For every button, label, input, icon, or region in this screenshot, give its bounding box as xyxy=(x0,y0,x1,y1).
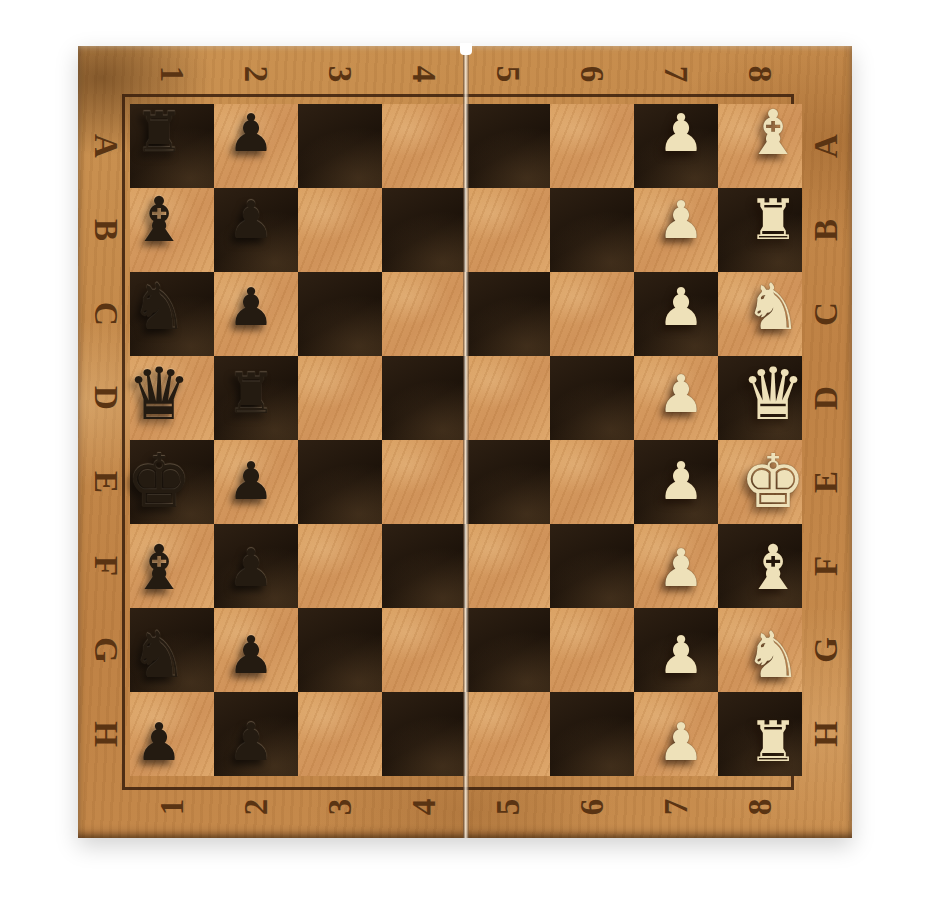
square-E3[interactable] xyxy=(298,440,382,524)
rank-label-bottom-3: 3 xyxy=(313,765,367,849)
square-G8[interactable]: ♞ xyxy=(718,608,802,692)
rank-label-bottom-5: 5 xyxy=(481,765,535,849)
square-H4[interactable] xyxy=(382,692,466,776)
square-D1[interactable]: ♛ xyxy=(130,356,214,440)
white-knight[interactable]: ♞ xyxy=(744,623,801,687)
square-C6[interactable] xyxy=(550,272,634,356)
black-pawn[interactable]: ♟ xyxy=(228,107,275,159)
black-rook[interactable]: ♜ xyxy=(226,366,276,422)
square-H7[interactable]: ♟ xyxy=(634,692,718,776)
square-B4[interactable] xyxy=(382,188,466,272)
square-B2[interactable]: ♟ xyxy=(214,188,298,272)
square-D6[interactable] xyxy=(550,356,634,440)
square-A8[interactable]: ♝ xyxy=(718,104,802,188)
square-A2[interactable]: ♟ xyxy=(214,104,298,188)
square-D2[interactable]: ♜ xyxy=(214,356,298,440)
white-pawn[interactable]: ♟ xyxy=(658,281,705,333)
square-B3[interactable] xyxy=(298,188,382,272)
square-G1[interactable]: ♞ xyxy=(130,608,214,692)
square-E6[interactable] xyxy=(550,440,634,524)
square-B5[interactable] xyxy=(466,188,550,272)
square-A4[interactable] xyxy=(382,104,466,188)
white-rook[interactable]: ♜ xyxy=(748,714,798,770)
black-pawn[interactable]: ♟ xyxy=(228,716,275,768)
white-bishop[interactable]: ♝ xyxy=(745,537,801,599)
square-D4[interactable] xyxy=(382,356,466,440)
black-pawn[interactable]: ♟ xyxy=(228,455,275,507)
board-fold-gap xyxy=(460,43,472,55)
square-G7[interactable]: ♟ xyxy=(634,608,718,692)
square-G3[interactable] xyxy=(298,608,382,692)
square-H2[interactable]: ♟ xyxy=(214,692,298,776)
rank-label-bottom-2: 2 xyxy=(229,765,283,849)
square-H3[interactable] xyxy=(298,692,382,776)
board-wood-frame: ♜♟♟♝♝♟♟♜♞♟♟♞♛♜♟♛♚♟♟♚♝♟♟♝♞♟♟♞♟♟♟♜ 1234567… xyxy=(78,46,852,838)
square-B8[interactable]: ♜ xyxy=(718,188,802,272)
square-G5[interactable] xyxy=(466,608,550,692)
black-pawn[interactable]: ♟ xyxy=(228,194,275,246)
square-A1[interactable]: ♜ xyxy=(130,104,214,188)
white-pawn[interactable]: ♟ xyxy=(658,107,705,159)
square-H8[interactable]: ♜ xyxy=(718,692,802,776)
square-C2[interactable]: ♟ xyxy=(214,272,298,356)
square-C1[interactable]: ♞ xyxy=(130,272,214,356)
black-knight[interactable]: ♞ xyxy=(130,275,187,339)
board-fold-seam xyxy=(463,46,469,838)
white-queen[interactable]: ♛ xyxy=(741,358,806,430)
rank-label-bottom-7: 7 xyxy=(649,765,703,849)
square-A3[interactable] xyxy=(298,104,382,188)
black-pawn[interactable]: ♟ xyxy=(228,281,275,333)
white-pawn[interactable]: ♟ xyxy=(658,629,705,681)
square-E7[interactable]: ♟ xyxy=(634,440,718,524)
square-G6[interactable] xyxy=(550,608,634,692)
square-F3[interactable] xyxy=(298,524,382,608)
rank-label-bottom-6: 6 xyxy=(565,765,619,849)
black-queen[interactable]: ♛ xyxy=(127,358,192,430)
file-labels-right: ABCDEFGH xyxy=(804,104,848,776)
square-B7[interactable]: ♟ xyxy=(634,188,718,272)
black-bishop[interactable]: ♝ xyxy=(131,189,187,251)
white-knight[interactable]: ♞ xyxy=(744,275,801,339)
square-C3[interactable] xyxy=(298,272,382,356)
white-pawn[interactable]: ♟ xyxy=(658,194,705,246)
square-G4[interactable] xyxy=(382,608,466,692)
square-D8[interactable]: ♛ xyxy=(718,356,802,440)
square-F1[interactable]: ♝ xyxy=(130,524,214,608)
square-F2[interactable]: ♟ xyxy=(214,524,298,608)
square-E4[interactable] xyxy=(382,440,466,524)
white-pawn[interactable]: ♟ xyxy=(658,455,705,507)
black-bishop[interactable]: ♝ xyxy=(131,537,187,599)
square-F7[interactable]: ♟ xyxy=(634,524,718,608)
square-A6[interactable] xyxy=(550,104,634,188)
rank-label-bottom-1: 1 xyxy=(145,765,199,849)
square-C7[interactable]: ♟ xyxy=(634,272,718,356)
black-pawn[interactable]: ♟ xyxy=(228,629,275,681)
chessboard-photo: ♜♟♟♝♝♟♟♜♞♟♟♞♛♜♟♛♚♟♟♚♝♟♟♝♞♟♟♞♟♟♟♜ 1234567… xyxy=(0,0,926,911)
square-C5[interactable] xyxy=(466,272,550,356)
black-knight[interactable]: ♞ xyxy=(130,623,187,687)
square-E8[interactable]: ♚ xyxy=(718,440,802,524)
black-pawn[interactable]: ♟ xyxy=(136,716,183,768)
square-A7[interactable]: ♟ xyxy=(634,104,718,188)
square-A5[interactable] xyxy=(466,104,550,188)
square-E5[interactable] xyxy=(466,440,550,524)
white-pawn[interactable]: ♟ xyxy=(658,368,705,420)
square-E1[interactable]: ♚ xyxy=(130,440,214,524)
square-H1[interactable]: ♟ xyxy=(130,692,214,776)
square-G2[interactable]: ♟ xyxy=(214,608,298,692)
square-H6[interactable] xyxy=(550,692,634,776)
black-rook[interactable]: ♜ xyxy=(134,105,184,161)
square-D7[interactable]: ♟ xyxy=(634,356,718,440)
file-labels-left: ABCDEFGH xyxy=(84,104,128,776)
square-C8[interactable]: ♞ xyxy=(718,272,802,356)
square-F6[interactable] xyxy=(550,524,634,608)
white-pawn[interactable]: ♟ xyxy=(658,716,705,768)
white-pawn[interactable]: ♟ xyxy=(658,542,705,594)
white-king[interactable]: ♚ xyxy=(740,444,806,518)
square-H5[interactable] xyxy=(466,692,550,776)
square-F8[interactable]: ♝ xyxy=(718,524,802,608)
square-B6[interactable] xyxy=(550,188,634,272)
square-B1[interactable]: ♝ xyxy=(130,188,214,272)
square-D5[interactable] xyxy=(466,356,550,440)
black-pawn[interactable]: ♟ xyxy=(228,542,275,594)
square-C4[interactable] xyxy=(382,272,466,356)
square-F4[interactable] xyxy=(382,524,466,608)
rank-label-bottom-8: 8 xyxy=(733,765,787,849)
square-F5[interactable] xyxy=(466,524,550,608)
square-D3[interactable] xyxy=(298,356,382,440)
white-rook[interactable]: ♜ xyxy=(748,192,798,248)
black-king[interactable]: ♚ xyxy=(126,444,192,518)
rank-label-bottom-4: 4 xyxy=(397,765,451,849)
square-E2[interactable]: ♟ xyxy=(214,440,298,524)
white-bishop[interactable]: ♝ xyxy=(745,102,801,164)
